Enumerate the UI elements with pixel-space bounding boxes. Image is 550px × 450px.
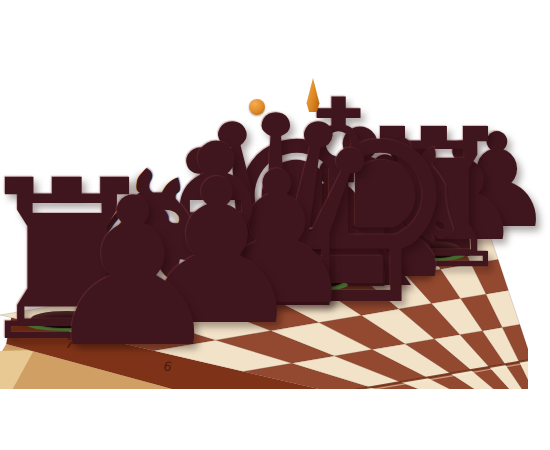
pieces-layer: ♜♞♝♛♚♝♞♜♟♟♟♟♟♟♟♟ — [0, 0, 550, 450]
chess-set-photo: 76 ♜♞♝♛♚♝♞♜♟♟♟♟♟♟♟♟ — [0, 0, 550, 450]
piece-black-pawn-a7[interactable]: ♟ — [33, 171, 233, 376]
queen-orange-ball — [249, 99, 265, 115]
